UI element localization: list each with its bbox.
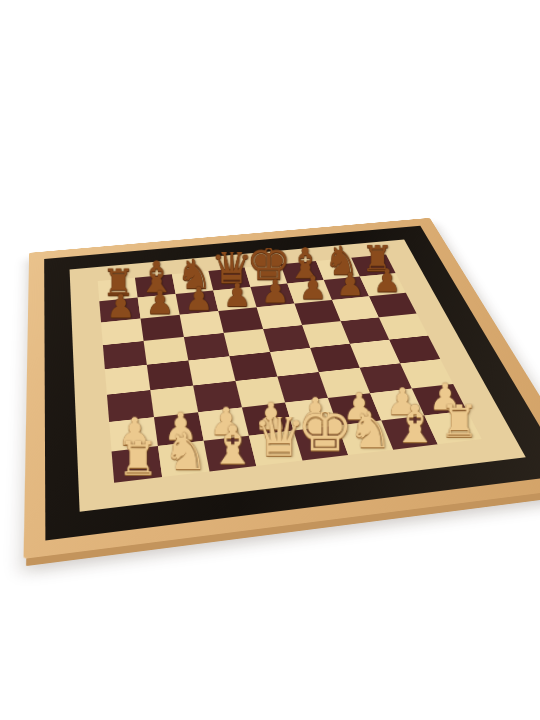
board-grid: ♜♝♞♛♚♝♞♜♟♟♟♟♟♟♟♟♟♟♟♟♟♟♟♟♜♞♝♛♚♞♝♜ xyxy=(98,255,482,483)
square-a6[interactable] xyxy=(101,319,144,345)
black-knight-g8: ♞ xyxy=(323,242,360,279)
white-rook-h1: ♜ xyxy=(436,397,482,443)
square-a8[interactable]: ♜ xyxy=(98,278,138,302)
square-e1[interactable]: ♚ xyxy=(294,425,349,460)
square-f6[interactable] xyxy=(294,300,340,325)
square-e4[interactable] xyxy=(270,348,319,377)
square-a1[interactable]: ♜ xyxy=(112,446,163,483)
square-c5[interactable] xyxy=(184,333,230,361)
square-b6[interactable] xyxy=(141,315,184,341)
square-b4[interactable] xyxy=(147,360,193,390)
square-c4[interactable] xyxy=(188,356,235,385)
black-bishop-b8: ♝ xyxy=(138,259,176,297)
square-e6[interactable] xyxy=(257,304,302,329)
black-rook-a8: ♜ xyxy=(99,262,137,300)
board-wooden-frame: ♜♝♞♛♚♝♞♜♟♟♟♟♟♟♟♟♟♟♟♟♟♟♟♟♜♞♝♛♚♞♝♜ xyxy=(24,218,540,559)
square-f1[interactable]: ♞ xyxy=(338,420,394,455)
square-b3[interactable] xyxy=(150,386,198,418)
square-b1[interactable]: ♞ xyxy=(158,441,210,477)
black-knight-c8: ♞ xyxy=(175,255,213,293)
white-pawn-h2: ♟ xyxy=(423,370,467,414)
board-black-border: ♜♝♞♛♚♝♞♜♟♟♟♟♟♟♟♟♟♟♟♟♟♟♟♟♜♞♝♛♚♞♝♜ xyxy=(44,226,540,541)
square-d4[interactable] xyxy=(229,352,277,381)
product-photo-background: ♜♝♞♛♚♝♞♜♟♟♟♟♟♟♟♟♟♟♟♟♟♟♟♟♜♞♝♛♚♞♝♜ xyxy=(0,0,540,720)
square-h4[interactable] xyxy=(389,336,440,364)
chess-board: ♜♝♞♛♚♝♞♜♟♟♟♟♟♟♟♟♟♟♟♟♟♟♟♟♜♞♝♛♚♞♝♜ xyxy=(24,218,540,559)
square-h6[interactable] xyxy=(369,293,417,318)
board-inner-rim: ♜♝♞♛♚♝♞♜♟♟♟♟♟♟♟♟♟♟♟♟♟♟♟♟♜♞♝♛♚♞♝♜ xyxy=(70,239,526,511)
square-d5[interactable] xyxy=(224,329,270,356)
square-e3[interactable] xyxy=(277,372,328,403)
square-a4[interactable] xyxy=(105,365,150,395)
square-g3[interactable] xyxy=(360,363,412,393)
square-e5[interactable] xyxy=(263,325,310,352)
square-c1[interactable]: ♝ xyxy=(204,436,257,472)
black-rook-h8: ♜ xyxy=(359,239,396,276)
